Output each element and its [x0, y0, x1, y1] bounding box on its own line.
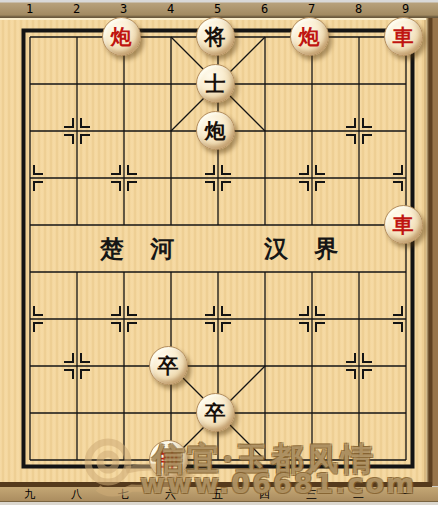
piece-red-炮[interactable]: 炮 — [102, 17, 141, 56]
piece-red-車[interactable]: 車 — [384, 17, 423, 56]
piece-glyph: 車 — [393, 214, 414, 235]
piece-glyph: 卒 — [158, 355, 179, 376]
piece-glyph: 士 — [205, 73, 226, 94]
piece-black-士[interactable]: 士 — [196, 64, 235, 103]
piece-black-炮[interactable]: 炮 — [196, 111, 235, 150]
piece-glyph: 帥 — [158, 449, 179, 470]
piece-black-卒[interactable]: 卒 — [149, 346, 188, 385]
piece-black-将[interactable]: 将 — [196, 17, 235, 56]
piece-glyph: 炮 — [299, 26, 320, 47]
piece-black-卒[interactable]: 卒 — [196, 393, 235, 432]
piece-glyph: 車 — [393, 26, 414, 47]
piece-glyph: 炮 — [205, 120, 226, 141]
xiangqi-board[interactable]: 炮将炮車士炮車卒卒帥 — [7, 14, 430, 484]
piece-red-車[interactable]: 車 — [384, 205, 423, 244]
piece-red-炮[interactable]: 炮 — [290, 17, 329, 56]
piece-glyph: 将 — [205, 26, 226, 47]
piece-glyph: 炮 — [111, 26, 132, 47]
xiangqi-app-window: 123456789 九八七六五四三二一 楚 河 汉 界 炮将炮車士炮車卒卒帥 信… — [0, 0, 438, 505]
piece-red-帥[interactable]: 帥 — [149, 440, 188, 479]
piece-glyph: 卒 — [205, 402, 226, 423]
